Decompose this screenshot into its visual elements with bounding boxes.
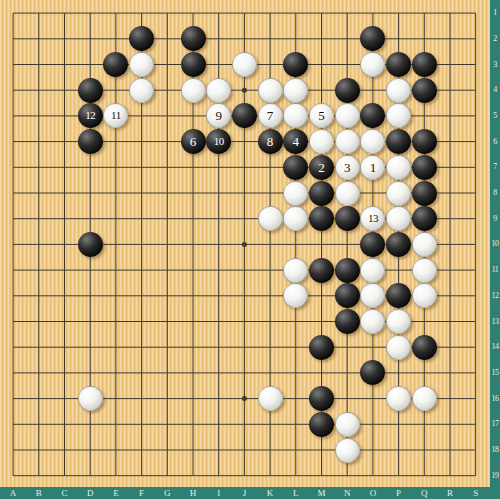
column-label-A: A bbox=[7, 489, 19, 498]
row-label-5: 5 bbox=[490, 112, 500, 120]
column-label-C: C bbox=[59, 489, 71, 498]
column-label-I: I bbox=[213, 489, 225, 498]
stone-M8-black[interactable] bbox=[309, 181, 334, 206]
row-label-13: 13 bbox=[490, 318, 500, 326]
row-label-17: 17 bbox=[490, 420, 500, 428]
stone-I6-black[interactable]: 10 bbox=[206, 129, 231, 154]
move-number-10: 10 bbox=[214, 136, 224, 147]
stone-D5-black[interactable]: 12 bbox=[78, 103, 103, 128]
stone-L11-white[interactable] bbox=[283, 258, 308, 283]
column-label-R: R bbox=[444, 489, 456, 498]
column-label-O: O bbox=[367, 489, 379, 498]
stone-O11-white[interactable] bbox=[360, 258, 385, 283]
stone-K16-white[interactable] bbox=[258, 386, 283, 411]
stone-P14-white[interactable] bbox=[386, 335, 411, 360]
stone-Q3-black[interactable] bbox=[412, 52, 437, 77]
stone-J5-black[interactable] bbox=[232, 103, 257, 128]
stone-N4-black[interactable] bbox=[335, 78, 360, 103]
column-label-strip: ABCDEFGHIJKLMNOPQRS bbox=[0, 487, 500, 499]
stone-L8-white[interactable] bbox=[283, 181, 308, 206]
stone-O12-white[interactable] bbox=[360, 283, 385, 308]
column-label-J: J bbox=[238, 489, 250, 498]
stone-Q6-black[interactable] bbox=[412, 129, 437, 154]
stone-D10-black[interactable] bbox=[78, 232, 103, 257]
stone-N11-black[interactable] bbox=[335, 258, 360, 283]
stone-N6-white[interactable] bbox=[335, 129, 360, 154]
row-label-10: 10 bbox=[490, 240, 500, 248]
stone-N18-white[interactable] bbox=[335, 438, 360, 463]
stone-O3-white[interactable] bbox=[360, 52, 385, 77]
go-board[interactable]: 12119756108423113 bbox=[0, 0, 490, 487]
stone-P9-white[interactable] bbox=[386, 206, 411, 231]
row-label-3: 3 bbox=[490, 61, 500, 69]
stone-F3-white[interactable] bbox=[129, 52, 154, 77]
move-number-9: 9 bbox=[215, 109, 222, 122]
column-label-F: F bbox=[136, 489, 148, 498]
stone-M9-black[interactable] bbox=[309, 206, 334, 231]
move-number-1: 1 bbox=[370, 161, 377, 174]
column-label-L: L bbox=[290, 489, 302, 498]
stone-N12-black[interactable] bbox=[335, 283, 360, 308]
column-label-K: K bbox=[264, 489, 276, 498]
stone-E5-white[interactable]: 11 bbox=[103, 103, 128, 128]
row-label-strip: 12345678910111213141516171819 bbox=[490, 0, 500, 499]
stone-P10-black[interactable] bbox=[386, 232, 411, 257]
stone-O15-black[interactable] bbox=[360, 360, 385, 385]
row-label-12: 12 bbox=[490, 292, 500, 300]
move-number-13: 13 bbox=[368, 213, 378, 224]
row-label-16: 16 bbox=[490, 395, 500, 403]
stone-H2-black[interactable] bbox=[181, 26, 206, 51]
column-label-D: D bbox=[84, 489, 96, 498]
stone-N7-white[interactable]: 3 bbox=[335, 155, 360, 180]
stone-D6-black[interactable] bbox=[78, 129, 103, 154]
row-label-9: 9 bbox=[490, 215, 500, 223]
stone-P7-white[interactable] bbox=[386, 155, 411, 180]
move-number-12: 12 bbox=[85, 110, 95, 121]
stone-L5-white[interactable] bbox=[283, 103, 308, 128]
stone-K5-white[interactable]: 7 bbox=[258, 103, 283, 128]
stone-H3-black[interactable] bbox=[181, 52, 206, 77]
stone-P5-white[interactable] bbox=[386, 103, 411, 128]
column-label-B: B bbox=[33, 489, 45, 498]
stone-N9-black[interactable] bbox=[335, 206, 360, 231]
stone-J3-white[interactable] bbox=[232, 52, 257, 77]
stone-O9-white[interactable]: 13 bbox=[360, 206, 385, 231]
column-label-E: E bbox=[110, 489, 122, 498]
stone-P3-black[interactable] bbox=[386, 52, 411, 77]
row-label-1: 1 bbox=[490, 9, 500, 17]
column-label-Q: Q bbox=[418, 489, 430, 498]
stone-M7-black[interactable]: 2 bbox=[309, 155, 334, 180]
stone-O2-black[interactable] bbox=[360, 26, 385, 51]
stone-D16-white[interactable] bbox=[78, 386, 103, 411]
column-label-N: N bbox=[341, 489, 353, 498]
stone-L4-white[interactable] bbox=[283, 78, 308, 103]
column-label-G: G bbox=[161, 489, 173, 498]
stone-L9-white[interactable] bbox=[283, 206, 308, 231]
stone-Q12-white[interactable] bbox=[412, 283, 437, 308]
stone-O7-white[interactable]: 1 bbox=[360, 155, 385, 180]
stone-P12-black[interactable] bbox=[386, 283, 411, 308]
stone-O13-white[interactable] bbox=[360, 309, 385, 334]
stone-Q4-black[interactable] bbox=[412, 78, 437, 103]
column-label-P: P bbox=[393, 489, 405, 498]
stone-L3-black[interactable] bbox=[283, 52, 308, 77]
stone-Q7-black[interactable] bbox=[412, 155, 437, 180]
stone-L12-white[interactable] bbox=[283, 283, 308, 308]
stone-K6-black[interactable]: 8 bbox=[258, 129, 283, 154]
stone-H6-black[interactable]: 6 bbox=[181, 129, 206, 154]
stone-M6-white[interactable] bbox=[309, 129, 334, 154]
stone-I5-white[interactable]: 9 bbox=[206, 103, 231, 128]
move-number-4: 4 bbox=[293, 135, 300, 148]
stone-F4-white[interactable] bbox=[129, 78, 154, 103]
row-label-15: 15 bbox=[490, 369, 500, 377]
stone-O5-black[interactable] bbox=[360, 103, 385, 128]
go-diagram: 12119756108423113 1234567891011121314151… bbox=[0, 0, 500, 499]
stone-N17-white[interactable] bbox=[335, 412, 360, 437]
stone-P6-black[interactable] bbox=[386, 129, 411, 154]
stone-N8-white[interactable] bbox=[335, 181, 360, 206]
stone-Q14-black[interactable] bbox=[412, 335, 437, 360]
stone-P16-white[interactable] bbox=[386, 386, 411, 411]
move-number-3: 3 bbox=[344, 161, 351, 174]
stone-P4-white[interactable] bbox=[386, 78, 411, 103]
move-number-11: 11 bbox=[111, 110, 121, 121]
stone-D4-black[interactable] bbox=[78, 78, 103, 103]
stone-M5-white[interactable]: 5 bbox=[309, 103, 334, 128]
move-number-5: 5 bbox=[318, 109, 325, 122]
stone-M16-black[interactable] bbox=[309, 386, 334, 411]
stone-P13-white[interactable] bbox=[386, 309, 411, 334]
move-number-7: 7 bbox=[267, 109, 274, 122]
stone-L6-black[interactable]: 4 bbox=[283, 129, 308, 154]
row-label-18: 18 bbox=[490, 446, 500, 454]
move-number-8: 8 bbox=[267, 135, 274, 148]
move-number-2: 2 bbox=[318, 161, 325, 174]
stone-O10-black[interactable] bbox=[360, 232, 385, 257]
row-label-6: 6 bbox=[490, 138, 500, 146]
stone-Q11-white[interactable] bbox=[412, 258, 437, 283]
move-number-6: 6 bbox=[190, 135, 197, 148]
stone-E3-black[interactable] bbox=[103, 52, 128, 77]
stone-M14-black[interactable] bbox=[309, 335, 334, 360]
stone-M11-black[interactable] bbox=[309, 258, 334, 283]
stone-Q8-black[interactable] bbox=[412, 181, 437, 206]
stone-Q10-white[interactable] bbox=[412, 232, 437, 257]
column-label-S: S bbox=[470, 489, 482, 498]
column-label-M: M bbox=[316, 489, 328, 498]
row-label-19: 19 bbox=[490, 472, 500, 480]
stone-L7-black[interactable] bbox=[283, 155, 308, 180]
stone-H4-white[interactable] bbox=[181, 78, 206, 103]
column-label-H: H bbox=[187, 489, 199, 498]
stone-K9-white[interactable] bbox=[258, 206, 283, 231]
stone-M17-black[interactable] bbox=[309, 412, 334, 437]
row-label-11: 11 bbox=[490, 266, 500, 274]
stone-K4-white[interactable] bbox=[258, 78, 283, 103]
stone-I4-white[interactable] bbox=[206, 78, 231, 103]
row-label-8: 8 bbox=[490, 189, 500, 197]
row-label-14: 14 bbox=[490, 343, 500, 351]
stone-O6-white[interactable] bbox=[360, 129, 385, 154]
row-label-4: 4 bbox=[490, 86, 500, 94]
stone-N13-black[interactable] bbox=[335, 309, 360, 334]
stone-N5-white[interactable] bbox=[335, 103, 360, 128]
stone-Q16-white[interactable] bbox=[412, 386, 437, 411]
stone-Q9-black[interactable] bbox=[412, 206, 437, 231]
stone-P8-white[interactable] bbox=[386, 181, 411, 206]
stone-F2-black[interactable] bbox=[129, 26, 154, 51]
row-label-7: 7 bbox=[490, 163, 500, 171]
row-label-2: 2 bbox=[490, 35, 500, 43]
